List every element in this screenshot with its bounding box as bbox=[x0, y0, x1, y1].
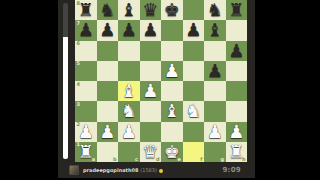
square-g5[interactable]: ♟ bbox=[204, 61, 226, 81]
piece-white-rook-a1[interactable]: ♜ bbox=[75, 142, 97, 162]
square-a1[interactable]: 1a♜ bbox=[75, 142, 97, 162]
file-label-b: b bbox=[113, 157, 117, 162]
square-c7[interactable]: ♟ bbox=[118, 20, 140, 40]
evaluation-bar bbox=[63, 3, 68, 159]
piece-white-pawn-b2[interactable]: ♟ bbox=[97, 122, 119, 142]
square-d8[interactable]: ♛ bbox=[140, 0, 162, 20]
piece-black-bishop-g7[interactable]: ♝ bbox=[204, 20, 226, 40]
square-f8[interactable] bbox=[183, 0, 205, 20]
square-g6[interactable] bbox=[204, 41, 226, 61]
square-d7[interactable]: ♟ bbox=[140, 20, 162, 40]
square-c4[interactable]: ♝ bbox=[118, 81, 140, 101]
square-h5[interactable] bbox=[226, 61, 248, 81]
square-f2[interactable] bbox=[183, 122, 205, 142]
square-c2[interactable]: ♟ bbox=[118, 122, 140, 142]
square-b5[interactable] bbox=[97, 61, 119, 81]
square-f7[interactable]: ♟ bbox=[183, 20, 205, 40]
player-flair-icon bbox=[159, 169, 163, 173]
square-d4[interactable]: ♟ bbox=[140, 81, 162, 101]
square-a3[interactable]: 3 bbox=[75, 101, 97, 121]
evaluation-bar-black-section bbox=[63, 3, 68, 37]
square-h8[interactable]: ♜ bbox=[226, 0, 248, 20]
piece-black-queen-d8[interactable]: ♛ bbox=[140, 0, 162, 20]
square-b7[interactable]: ♟ bbox=[97, 20, 119, 40]
file-label-c: c bbox=[135, 157, 138, 162]
square-h7[interactable] bbox=[226, 20, 248, 40]
piece-white-pawn-h2[interactable]: ♟ bbox=[226, 122, 248, 142]
square-h6[interactable]: ♟ bbox=[226, 41, 248, 61]
square-d2[interactable] bbox=[140, 122, 162, 142]
square-d5[interactable] bbox=[140, 61, 162, 81]
square-e8[interactable]: ♚ bbox=[161, 0, 183, 20]
square-a8[interactable]: 8♜ bbox=[75, 0, 97, 20]
square-d3[interactable] bbox=[140, 101, 162, 121]
square-a7[interactable]: 7♟ bbox=[75, 20, 97, 40]
piece-white-queen-d1[interactable]: ♛ bbox=[140, 142, 162, 162]
square-g2[interactable]: ♟ bbox=[204, 122, 226, 142]
square-g1[interactable]: g bbox=[204, 142, 226, 162]
piece-black-king-e8[interactable]: ♚ bbox=[161, 0, 183, 20]
square-c3[interactable]: ♞ bbox=[118, 101, 140, 121]
square-e2[interactable] bbox=[161, 122, 183, 142]
piece-white-king-e1[interactable]: ♚ bbox=[161, 142, 183, 162]
square-h4[interactable] bbox=[226, 81, 248, 101]
piece-black-pawn-g5[interactable]: ♟ bbox=[204, 61, 226, 81]
square-g8[interactable]: ♞ bbox=[204, 0, 226, 20]
piece-white-pawn-g2[interactable]: ♟ bbox=[204, 122, 226, 142]
piece-white-knight-c3[interactable]: ♞ bbox=[118, 101, 140, 121]
square-b1[interactable]: b bbox=[97, 142, 119, 162]
square-h2[interactable]: ♟ bbox=[226, 122, 248, 142]
chess-board[interactable]: 8♜♞♝♛♚♞♜7♟♟♟♟♟♝6♟5♟♟4♝♟3♞♝♞2♟♟♟♟♟1a♜bcd♛… bbox=[75, 0, 247, 162]
player-rating: (1583) bbox=[140, 167, 157, 173]
piece-white-pawn-e5[interactable]: ♟ bbox=[161, 61, 183, 81]
square-b2[interactable]: ♟ bbox=[97, 122, 119, 142]
piece-black-rook-h8[interactable]: ♜ bbox=[226, 0, 248, 20]
piece-black-rook-a8[interactable]: ♜ bbox=[75, 0, 97, 20]
square-c6[interactable] bbox=[118, 41, 140, 61]
piece-white-bishop-e3[interactable]: ♝ bbox=[161, 101, 183, 121]
square-g7[interactable]: ♝ bbox=[204, 20, 226, 40]
square-e3[interactable]: ♝ bbox=[161, 101, 183, 121]
rank-label-6: 6 bbox=[77, 41, 80, 46]
piece-black-pawn-d7[interactable]: ♟ bbox=[140, 20, 162, 40]
piece-black-pawn-a7[interactable]: ♟ bbox=[75, 20, 97, 40]
square-e4[interactable] bbox=[161, 81, 183, 101]
evaluation-bar-white-section bbox=[63, 37, 68, 159]
rank-label-5: 5 bbox=[77, 61, 80, 66]
square-a6[interactable]: 6 bbox=[75, 41, 97, 61]
player-username-text: pradeepgopinath08 bbox=[83, 167, 139, 173]
square-e5[interactable]: ♟ bbox=[161, 61, 183, 81]
square-c5[interactable] bbox=[118, 61, 140, 81]
piece-black-pawn-b7[interactable]: ♟ bbox=[97, 20, 119, 40]
square-f6[interactable] bbox=[183, 41, 205, 61]
square-f5[interactable] bbox=[183, 61, 205, 81]
square-h1[interactable]: h♜ bbox=[226, 142, 248, 162]
square-g4[interactable] bbox=[204, 81, 226, 101]
square-c8[interactable]: ♝ bbox=[118, 0, 140, 20]
file-label-f: f bbox=[200, 157, 202, 162]
rank-label-4: 4 bbox=[77, 82, 80, 87]
square-c1[interactable]: c bbox=[118, 142, 140, 162]
piece-black-pawn-f7[interactable]: ♟ bbox=[183, 20, 205, 40]
square-d6[interactable] bbox=[140, 41, 162, 61]
square-f1[interactable]: f bbox=[183, 142, 205, 162]
square-f4[interactable] bbox=[183, 81, 205, 101]
square-b4[interactable] bbox=[97, 81, 119, 101]
player-avatar[interactable] bbox=[69, 165, 79, 175]
piece-white-rook-h1[interactable]: ♜ bbox=[226, 142, 248, 162]
square-b3[interactable] bbox=[97, 101, 119, 121]
bottom-player-bar: pradeepgopinath08 (1583) 9:09 bbox=[58, 162, 255, 178]
rank-label-3: 3 bbox=[77, 102, 80, 107]
square-g3[interactable] bbox=[204, 101, 226, 121]
square-f3[interactable]: ♞ bbox=[183, 101, 205, 121]
white-clock: 9:09 bbox=[222, 166, 241, 175]
piece-white-knight-f3[interactable]: ♞ bbox=[183, 101, 205, 121]
square-a2[interactable]: 2♟ bbox=[75, 122, 97, 142]
player-username[interactable]: pradeepgopinath08 (1583) bbox=[83, 167, 163, 174]
square-b6[interactable] bbox=[97, 41, 119, 61]
piece-white-pawn-d4[interactable]: ♟ bbox=[140, 81, 162, 101]
piece-black-bishop-c8[interactable]: ♝ bbox=[118, 0, 140, 20]
square-e6[interactable] bbox=[161, 41, 183, 61]
square-a5[interactable]: 5 bbox=[75, 61, 97, 81]
square-e7[interactable] bbox=[161, 20, 183, 40]
piece-white-bishop-c4[interactable]: ♝ bbox=[118, 81, 140, 101]
piece-white-pawn-a2[interactable]: ♟ bbox=[75, 122, 97, 142]
square-d1[interactable]: d♛ bbox=[140, 142, 162, 162]
piece-black-knight-g8[interactable]: ♞ bbox=[204, 0, 226, 20]
square-h3[interactable] bbox=[226, 101, 248, 121]
file-label-g: g bbox=[220, 157, 224, 162]
piece-black-pawn-c7[interactable]: ♟ bbox=[118, 20, 140, 40]
piece-black-pawn-h6[interactable]: ♟ bbox=[226, 41, 248, 61]
square-b8[interactable]: ♞ bbox=[97, 0, 119, 20]
square-a4[interactable]: 4 bbox=[75, 81, 97, 101]
square-e1[interactable]: e♚ bbox=[161, 142, 183, 162]
piece-white-pawn-c2[interactable]: ♟ bbox=[118, 122, 140, 142]
piece-black-knight-b8[interactable]: ♞ bbox=[97, 0, 119, 20]
